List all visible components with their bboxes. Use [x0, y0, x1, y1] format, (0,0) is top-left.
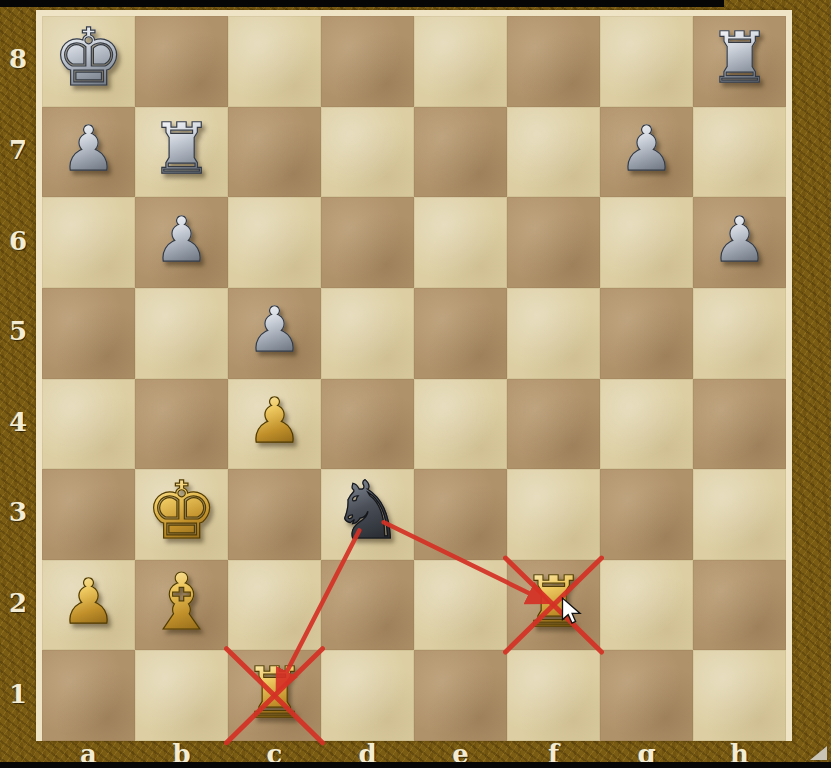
black-pawn-glyph: ♟ [247, 299, 303, 361]
square-h2[interactable] [693, 560, 786, 651]
square-b1[interactable] [135, 650, 228, 741]
square-e8[interactable] [414, 16, 507, 107]
square-c3[interactable] [228, 469, 321, 560]
rank-label-3: 3 [3, 497, 33, 527]
square-e1[interactable] [414, 650, 507, 741]
square-h1[interactable] [693, 650, 786, 741]
square-f7[interactable] [507, 107, 600, 198]
square-d5[interactable] [321, 288, 414, 379]
square-f8[interactable] [507, 16, 600, 107]
square-h5[interactable] [693, 288, 786, 379]
piece-black-king-a8[interactable]: ♚ [42, 16, 135, 107]
rank-label-2: 2 [3, 588, 33, 618]
square-h7[interactable] [693, 107, 786, 198]
rank-label-6: 6 [3, 226, 33, 256]
piece-white-rook-c1[interactable]: ♜ [228, 650, 321, 741]
piece-white-bishop-b2[interactable]: ♝ [135, 560, 228, 651]
square-f4[interactable] [507, 379, 600, 470]
white-rook-glyph: ♜ [522, 567, 585, 637]
square-a1[interactable] [42, 650, 135, 741]
black-rook-glyph: ♜ [708, 23, 771, 93]
square-d4[interactable] [321, 379, 414, 470]
square-d7[interactable] [321, 107, 414, 198]
square-d8[interactable] [321, 16, 414, 107]
piece-black-pawn-b6[interactable]: ♟ [135, 197, 228, 288]
bottom-black-strip [0, 762, 831, 768]
square-e3[interactable] [414, 469, 507, 560]
piece-black-pawn-c5[interactable]: ♟ [228, 288, 321, 379]
black-pawn-glyph: ♟ [619, 118, 675, 180]
square-h3[interactable] [693, 469, 786, 560]
piece-white-king-b3[interactable]: ♚ [135, 469, 228, 560]
square-c8[interactable] [228, 16, 321, 107]
square-c2[interactable] [228, 560, 321, 651]
rank-label-1: 1 [3, 679, 33, 709]
rank-label-8: 8 [3, 44, 33, 74]
chess-app-window: ♚♜♟♜♟♟♟♟♟♚♞♟♝♜♜87654321abcdefgh [0, 0, 831, 768]
square-b5[interactable] [135, 288, 228, 379]
square-a3[interactable] [42, 469, 135, 560]
white-rook-glyph: ♜ [243, 658, 306, 728]
piece-white-pawn-a2[interactable]: ♟ [42, 560, 135, 651]
square-g6[interactable] [600, 197, 693, 288]
square-g1[interactable] [600, 650, 693, 741]
rank-label-4: 4 [3, 407, 33, 437]
square-b4[interactable] [135, 379, 228, 470]
square-e4[interactable] [414, 379, 507, 470]
black-rook-glyph: ♜ [150, 114, 213, 184]
white-pawn-glyph: ♟ [247, 390, 303, 452]
piece-black-pawn-h6[interactable]: ♟ [693, 197, 786, 288]
square-h4[interactable] [693, 379, 786, 470]
square-g5[interactable] [600, 288, 693, 379]
square-e7[interactable] [414, 107, 507, 198]
piece-black-rook-b7[interactable]: ♜ [135, 107, 228, 198]
piece-black-pawn-a7[interactable]: ♟ [42, 107, 135, 198]
square-f1[interactable] [507, 650, 600, 741]
square-f3[interactable] [507, 469, 600, 560]
square-g3[interactable] [600, 469, 693, 560]
square-e6[interactable] [414, 197, 507, 288]
square-e5[interactable] [414, 288, 507, 379]
rank-label-5: 5 [3, 316, 33, 346]
square-a6[interactable] [42, 197, 135, 288]
square-d6[interactable] [321, 197, 414, 288]
square-a4[interactable] [42, 379, 135, 470]
square-g4[interactable] [600, 379, 693, 470]
square-b8[interactable] [135, 16, 228, 107]
square-g2[interactable] [600, 560, 693, 651]
square-d2[interactable] [321, 560, 414, 651]
square-c7[interactable] [228, 107, 321, 198]
piece-white-rook-f2[interactable]: ♜ [507, 560, 600, 651]
black-pawn-glyph: ♟ [712, 209, 768, 271]
white-pawn-glyph: ♟ [61, 571, 117, 633]
piece-white-pawn-c4[interactable]: ♟ [228, 379, 321, 470]
black-pawn-glyph: ♟ [61, 118, 117, 180]
square-f6[interactable] [507, 197, 600, 288]
rank-label-7: 7 [3, 135, 33, 165]
black-knight-glyph: ♞ [332, 471, 404, 551]
piece-black-knight-d3[interactable]: ♞ [321, 469, 414, 560]
white-king-glyph: ♚ [146, 471, 218, 551]
piece-black-rook-h8[interactable]: ♜ [693, 16, 786, 107]
square-e2[interactable] [414, 560, 507, 651]
square-g8[interactable] [600, 16, 693, 107]
piece-black-pawn-g7[interactable]: ♟ [600, 107, 693, 198]
white-bishop-glyph: ♝ [147, 563, 217, 641]
square-d1[interactable] [321, 650, 414, 741]
square-a5[interactable] [42, 288, 135, 379]
black-king-glyph: ♚ [53, 18, 125, 98]
top-black-strip [0, 0, 724, 7]
square-f5[interactable] [507, 288, 600, 379]
resize-handle-icon [810, 746, 827, 760]
black-pawn-glyph: ♟ [154, 209, 210, 271]
square-c6[interactable] [228, 197, 321, 288]
